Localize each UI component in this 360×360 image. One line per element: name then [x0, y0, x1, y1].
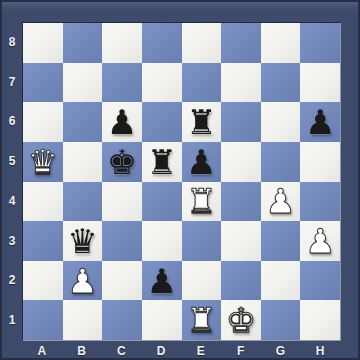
square-f7[interactable]: [221, 63, 261, 103]
piece-black-pawn: ♟: [146, 264, 176, 298]
square-b1[interactable]: [63, 300, 103, 340]
square-g1[interactable]: [261, 300, 301, 340]
square-h3[interactable]: ♟: [300, 221, 340, 261]
square-c8[interactable]: [102, 23, 142, 63]
square-d3[interactable]: [142, 221, 182, 261]
square-b7[interactable]: [63, 63, 103, 103]
rank-label-4: 4: [2, 181, 22, 221]
piece-black-rook: ♜: [146, 145, 176, 179]
square-b3[interactable]: ♛: [63, 221, 103, 261]
square-g8[interactable]: [261, 23, 301, 63]
piece-black-pawn: ♟: [186, 145, 216, 179]
square-c1[interactable]: [102, 300, 142, 340]
square-g3[interactable]: [261, 221, 301, 261]
piece-black-king: ♚: [107, 145, 137, 179]
square-e3[interactable]: [182, 221, 222, 261]
square-d2[interactable]: ♟: [142, 261, 182, 301]
piece-white-queen: ♛: [28, 145, 58, 179]
square-d6[interactable]: [142, 102, 182, 142]
square-h8[interactable]: [300, 23, 340, 63]
file-label-h: H: [300, 341, 340, 360]
square-h5[interactable]: [300, 142, 340, 182]
square-c4[interactable]: [102, 182, 142, 222]
chessboard-frame: 87654321 ♟♜♟♛♚♜♟♜♟♛♟♟♟♜♚ ABCDEFGH: [0, 0, 360, 360]
piece-white-king: ♚: [226, 303, 256, 337]
square-d7[interactable]: [142, 63, 182, 103]
square-g7[interactable]: [261, 63, 301, 103]
square-e5[interactable]: ♟: [182, 142, 222, 182]
piece-white-pawn: ♟: [67, 264, 97, 298]
rank-labels: 87654321: [2, 22, 22, 340]
square-b4[interactable]: [63, 182, 103, 222]
square-c5[interactable]: ♚: [102, 142, 142, 182]
square-e1[interactable]: ♜: [182, 300, 222, 340]
square-g5[interactable]: [261, 142, 301, 182]
file-label-e: E: [181, 341, 221, 360]
file-label-g: G: [261, 341, 301, 360]
square-a7[interactable]: [23, 63, 63, 103]
square-d1[interactable]: [142, 300, 182, 340]
piece-black-pawn: ♟: [107, 105, 137, 139]
piece-white-pawn: ♟: [265, 184, 295, 218]
piece-white-rook: ♜: [186, 184, 216, 218]
square-g4[interactable]: ♟: [261, 182, 301, 222]
square-c6[interactable]: ♟: [102, 102, 142, 142]
rank-label-3: 3: [2, 221, 22, 261]
rank-label-7: 7: [2, 62, 22, 102]
square-a2[interactable]: [23, 261, 63, 301]
rank-label-2: 2: [2, 261, 22, 301]
file-label-d: D: [141, 341, 181, 360]
square-f4[interactable]: [221, 182, 261, 222]
square-e8[interactable]: [182, 23, 222, 63]
square-f1[interactable]: ♚: [221, 300, 261, 340]
square-a4[interactable]: [23, 182, 63, 222]
square-e6[interactable]: ♜: [182, 102, 222, 142]
square-a6[interactable]: [23, 102, 63, 142]
rank-label-8: 8: [2, 22, 22, 62]
square-a3[interactable]: [23, 221, 63, 261]
square-a8[interactable]: [23, 23, 63, 63]
square-h7[interactable]: [300, 63, 340, 103]
square-f2[interactable]: [221, 261, 261, 301]
board-grid: ♟♜♟♛♚♜♟♜♟♛♟♟♟♜♚: [22, 22, 340, 340]
file-label-b: B: [62, 341, 102, 360]
file-labels: ABCDEFGH: [22, 341, 340, 360]
square-c3[interactable]: [102, 221, 142, 261]
square-b8[interactable]: [63, 23, 103, 63]
square-c7[interactable]: [102, 63, 142, 103]
square-h6[interactable]: ♟: [300, 102, 340, 142]
square-b6[interactable]: [63, 102, 103, 142]
square-e4[interactable]: ♜: [182, 182, 222, 222]
square-a5[interactable]: ♛: [23, 142, 63, 182]
square-b5[interactable]: [63, 142, 103, 182]
square-d4[interactable]: [142, 182, 182, 222]
square-h1[interactable]: [300, 300, 340, 340]
square-e2[interactable]: [182, 261, 222, 301]
rank-label-5: 5: [2, 141, 22, 181]
square-g2[interactable]: [261, 261, 301, 301]
square-d5[interactable]: ♜: [142, 142, 182, 182]
piece-white-rook: ♜: [186, 303, 216, 337]
rank-label-1: 1: [2, 300, 22, 340]
piece-black-queen: ♛: [67, 224, 97, 258]
square-h4[interactable]: [300, 182, 340, 222]
file-label-c: C: [102, 341, 142, 360]
piece-black-rook: ♜: [186, 105, 216, 139]
square-f6[interactable]: [221, 102, 261, 142]
piece-white-pawn: ♟: [305, 224, 335, 258]
file-label-a: A: [22, 341, 62, 360]
square-f5[interactable]: [221, 142, 261, 182]
file-label-f: F: [221, 341, 261, 360]
square-g6[interactable]: [261, 102, 301, 142]
square-d8[interactable]: [142, 23, 182, 63]
square-a1[interactable]: [23, 300, 63, 340]
square-f3[interactable]: [221, 221, 261, 261]
piece-black-pawn: ♟: [305, 105, 335, 139]
square-f8[interactable]: [221, 23, 261, 63]
square-b2[interactable]: ♟: [63, 261, 103, 301]
rank-label-6: 6: [2, 102, 22, 142]
square-c2[interactable]: [102, 261, 142, 301]
square-h2[interactable]: [300, 261, 340, 301]
square-e7[interactable]: [182, 63, 222, 103]
